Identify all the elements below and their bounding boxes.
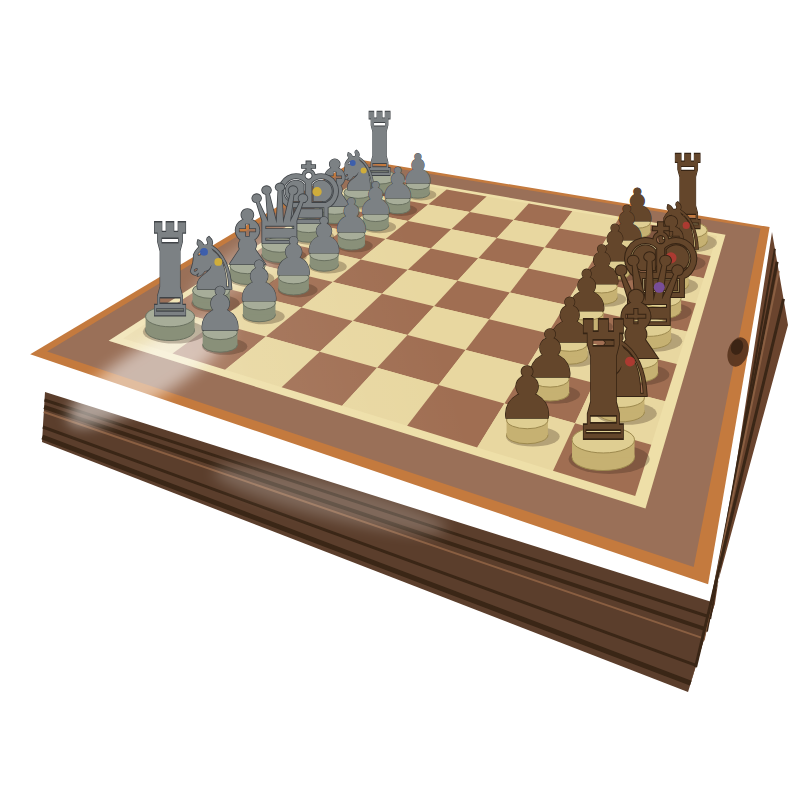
accent-gold xyxy=(214,258,222,266)
piece-black-pawn-a7: ♟ xyxy=(193,274,247,355)
board-scene: ♜♟♞♟♝♟♟♚♜♟♟♛♞♟♟♝♝♟♟♞♚♟♟♜♛♟♟♝♟♞♟♜ xyxy=(0,0,800,800)
piece-white-pawn-a2: ♟ xyxy=(495,352,560,447)
svg-text:♟: ♟ xyxy=(495,352,559,435)
svg-text:♜: ♜ xyxy=(145,196,194,344)
accent-blue xyxy=(200,248,208,256)
chess-set-photo: ♜♟♞♟♝♟♟♚♜♟♟♛♞♟♟♝♝♟♟♞♚♟♟♜♛♟♟♝♟♞♟♜ Medieva… xyxy=(0,0,800,800)
svg-text:♜: ♜ xyxy=(572,287,635,475)
svg-text:♟: ♟ xyxy=(193,274,247,344)
